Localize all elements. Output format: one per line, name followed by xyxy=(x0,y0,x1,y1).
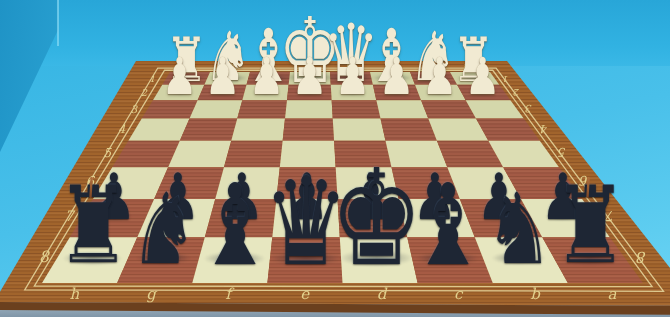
rank-label-right-1: 1 xyxy=(503,74,508,83)
square-e1[interactable] xyxy=(289,72,331,85)
square-e7[interactable] xyxy=(272,199,339,237)
scene: hgfedcba1234567812345678hgfedcba ♜♞♝♚♛♝♞… xyxy=(0,0,670,317)
rank-label-right-8: 8 xyxy=(636,248,647,266)
file-label-bottom-e: e xyxy=(300,285,310,303)
square-f2[interactable] xyxy=(242,85,288,100)
square-c1[interactable] xyxy=(370,72,415,85)
rank-label-left-2: 2 xyxy=(141,87,148,98)
file-label-top-a: a xyxy=(464,62,469,71)
file-label-top-e: e xyxy=(307,62,312,71)
chess-board: hgfedcba1234567812345678hgfedcba xyxy=(0,0,670,317)
square-d8[interactable] xyxy=(340,237,418,283)
rank-label-right-4: 4 xyxy=(540,122,548,135)
square-d2[interactable] xyxy=(331,85,377,100)
file-label-bottom-b: b xyxy=(530,285,541,303)
square-f6[interactable] xyxy=(215,167,280,199)
rank-label-left-8: 8 xyxy=(39,248,50,266)
file-label-top-h: h xyxy=(190,62,195,71)
square-g1[interactable] xyxy=(204,72,250,85)
file-label-bottom-h: h xyxy=(69,285,79,303)
rank-label-left-4: 4 xyxy=(118,122,126,136)
square-e5[interactable] xyxy=(280,141,336,168)
square-c3[interactable] xyxy=(376,100,428,118)
square-f8[interactable] xyxy=(192,237,272,283)
square-c5[interactable] xyxy=(385,141,447,168)
square-d6[interactable] xyxy=(336,167,399,199)
square-e3[interactable] xyxy=(285,100,333,118)
square-f4[interactable] xyxy=(231,119,285,141)
rank-label-right-3: 3 xyxy=(525,103,532,114)
square-g3[interactable] xyxy=(190,100,243,118)
rank-label-left-5: 5 xyxy=(103,145,112,160)
square-b2[interactable] xyxy=(415,85,466,100)
file-label-bottom-a: a xyxy=(607,285,616,303)
rank-label-left-1: 1 xyxy=(150,74,155,84)
square-d4[interactable] xyxy=(333,119,386,141)
file-label-bottom-d: d xyxy=(377,285,388,303)
rank-label-left-6: 6 xyxy=(86,173,96,189)
